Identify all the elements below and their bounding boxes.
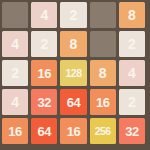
- tile-2: 2: [31, 31, 57, 57]
- tile-16: 16: [90, 89, 116, 115]
- tile-16: 16: [60, 118, 86, 144]
- empty-cell: [90, 31, 116, 57]
- tile-8: 8: [60, 31, 86, 57]
- tile-2: 2: [60, 2, 86, 28]
- tile-16: 16: [31, 60, 57, 86]
- tile-32: 32: [119, 118, 145, 144]
- tile-128: 128: [60, 60, 86, 86]
- tile-2: 2: [119, 89, 145, 115]
- tile-8: 8: [90, 60, 116, 86]
- tile-64: 64: [31, 118, 57, 144]
- tile-2: 2: [119, 31, 145, 57]
- tile-8: 8: [119, 2, 145, 28]
- 2048-board[interactable]: 4284282216128844326416216641625632: [0, 0, 150, 150]
- tile-2: 2: [2, 60, 28, 86]
- tile-4: 4: [119, 60, 145, 86]
- empty-cell: [2, 2, 28, 28]
- tile-16: 16: [2, 118, 28, 144]
- tile-4: 4: [31, 2, 57, 28]
- empty-cell: [90, 2, 116, 28]
- tile-32: 32: [31, 89, 57, 115]
- tile-4: 4: [2, 31, 28, 57]
- tile-256: 256: [90, 118, 116, 144]
- tile-64: 64: [60, 89, 86, 115]
- tile-4: 4: [2, 89, 28, 115]
